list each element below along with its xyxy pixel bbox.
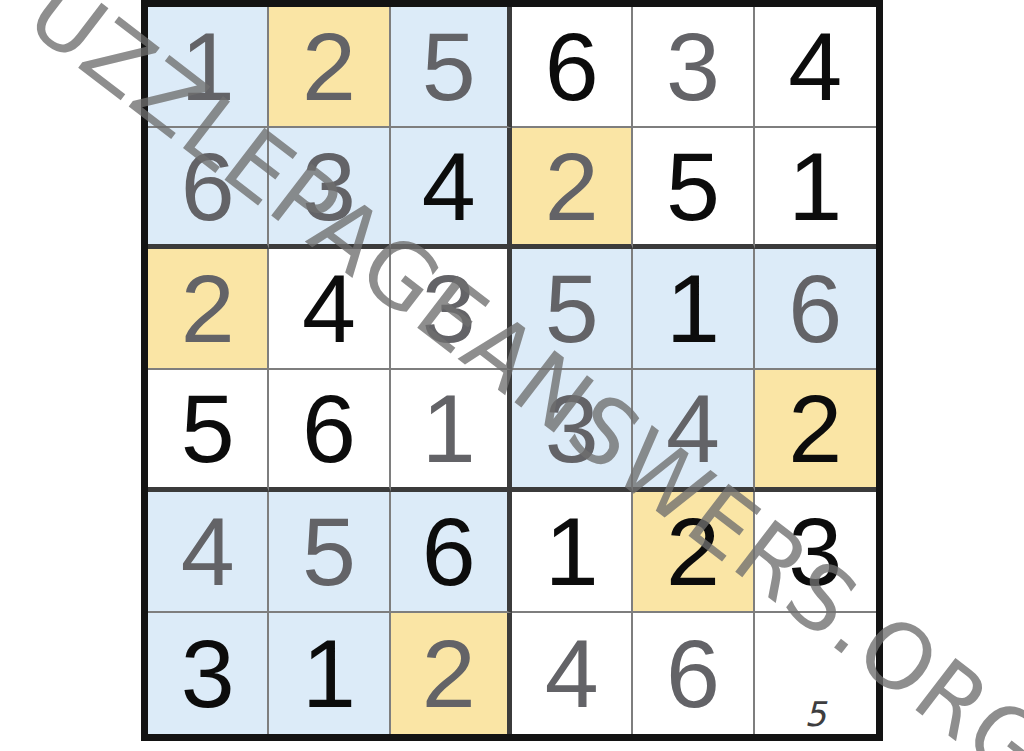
digit: 2: [302, 18, 356, 115]
digit: 1: [422, 380, 476, 477]
digit: 6: [788, 260, 842, 357]
cell-r3c6[interactable]: 6: [755, 249, 876, 370]
cell-r5c5[interactable]: 2: [633, 492, 754, 613]
digit: 3: [666, 18, 720, 115]
cell-r4c6[interactable]: 2: [755, 370, 876, 491]
digit: 5: [181, 380, 235, 477]
digit: 2: [422, 625, 476, 722]
digit: 6: [666, 625, 720, 722]
cell-r1c3[interactable]: 5: [391, 7, 512, 128]
cell-r5c4[interactable]: 1: [512, 492, 633, 613]
digit: 1: [666, 260, 720, 357]
cell-r3c1[interactable]: 2: [148, 249, 269, 370]
cell-r6c2[interactable]: 1: [269, 613, 390, 734]
cell-r2c2[interactable]: 3: [269, 128, 390, 249]
cell-r2c3[interactable]: 4: [391, 128, 512, 249]
digit: 4: [788, 18, 842, 115]
digit: 5: [302, 503, 356, 600]
cell-r6c1[interactable]: 3: [148, 613, 269, 734]
digit: 3: [302, 138, 356, 235]
cell-r1c5[interactable]: 3: [633, 7, 754, 128]
digit: 4: [302, 260, 356, 357]
cell-r5c6[interactable]: 3: [755, 492, 876, 613]
digit: 5: [545, 260, 599, 357]
digit: 2: [666, 503, 720, 600]
cell-r6c6[interactable]: 5: [755, 613, 876, 734]
cell-r1c2[interactable]: 2: [269, 7, 390, 128]
cell-r2c1[interactable]: 6: [148, 128, 269, 249]
digit: 4: [666, 380, 720, 477]
cell-r6c5[interactable]: 6: [633, 613, 754, 734]
page: PUZZLEPAGEANSWERS.ORG 125634634251243516…: [0, 0, 1024, 751]
cell-r3c2[interactable]: 4: [269, 249, 390, 370]
digit: 1: [302, 625, 356, 722]
cell-r2c6[interactable]: 1: [755, 128, 876, 249]
cell-r1c4[interactable]: 6: [512, 7, 633, 128]
digit: 4: [545, 625, 599, 722]
digit: 3: [788, 503, 842, 600]
cell-r2c4[interactable]: 2: [512, 128, 633, 249]
cell-r3c5[interactable]: 1: [633, 249, 754, 370]
cell-r4c3[interactable]: 1: [391, 370, 512, 491]
digit: 6: [422, 503, 476, 600]
sudoku-board: 125634634251243516561342456123312465: [141, 0, 883, 741]
cell-r4c1[interactable]: 5: [148, 370, 269, 491]
digit: 6: [545, 18, 599, 115]
cell-r5c1[interactable]: 4: [148, 492, 269, 613]
cell-r4c2[interactable]: 6: [269, 370, 390, 491]
cell-r1c6[interactable]: 4: [755, 7, 876, 128]
digit: 4: [181, 503, 235, 600]
digit: 5: [666, 138, 720, 235]
cell-r1c1[interactable]: 1: [148, 7, 269, 128]
digit: 2: [788, 380, 842, 477]
digit: 6: [302, 380, 356, 477]
digit: 4: [422, 138, 476, 235]
cell-r5c3[interactable]: 6: [391, 492, 512, 613]
digit: 1: [788, 138, 842, 235]
cell-r2c5[interactable]: 5: [633, 128, 754, 249]
cell-r4c5[interactable]: 4: [633, 370, 754, 491]
digit: 2: [181, 260, 235, 357]
cell-r4c4[interactable]: 3: [512, 370, 633, 491]
cell-r6c3[interactable]: 2: [391, 613, 512, 734]
pencil-mark: 5: [805, 697, 827, 731]
digit: 1: [181, 18, 235, 115]
digit: 1: [545, 503, 599, 600]
digit: 3: [422, 260, 476, 357]
digit: 6: [181, 138, 235, 235]
cell-r3c3[interactable]: 3: [391, 249, 512, 370]
digit: 3: [181, 625, 235, 722]
digit: 3: [545, 380, 599, 477]
cell-r5c2[interactable]: 5: [269, 492, 390, 613]
cell-r3c4[interactable]: 5: [512, 249, 633, 370]
digit: 5: [422, 18, 476, 115]
digit: 2: [545, 138, 599, 235]
cell-r6c4[interactable]: 4: [512, 613, 633, 734]
